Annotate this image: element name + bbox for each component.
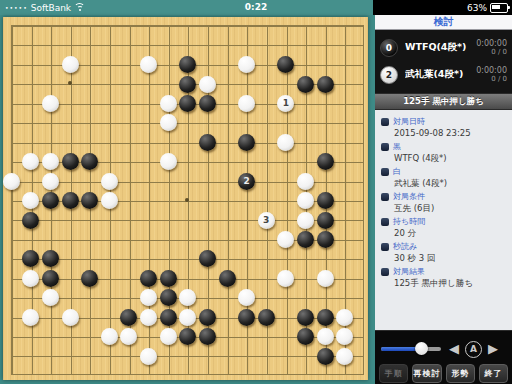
board-cell[interactable] bbox=[217, 134, 237, 153]
board-cell[interactable] bbox=[80, 134, 100, 153]
board-cell[interactable] bbox=[354, 329, 368, 348]
board-cell[interactable] bbox=[158, 18, 178, 37]
board-cell[interactable] bbox=[139, 173, 159, 192]
board-cell[interactable] bbox=[354, 56, 368, 75]
board-cell[interactable] bbox=[21, 251, 41, 270]
board-cell[interactable] bbox=[198, 154, 218, 173]
board-cell[interactable] bbox=[178, 18, 198, 37]
board-cell[interactable] bbox=[41, 212, 61, 231]
board-cell[interactable] bbox=[3, 173, 21, 192]
board-cell[interactable] bbox=[60, 309, 80, 328]
board-cell[interactable] bbox=[237, 270, 257, 289]
board-cell[interactable] bbox=[217, 309, 237, 328]
board-cell[interactable] bbox=[3, 270, 21, 289]
board-cell[interactable] bbox=[276, 290, 296, 309]
board-cell[interactable] bbox=[335, 309, 355, 328]
board-cell[interactable] bbox=[3, 76, 21, 95]
board-cell[interactable] bbox=[158, 173, 178, 192]
board-cell[interactable] bbox=[315, 329, 335, 348]
board-cell[interactable] bbox=[237, 95, 257, 114]
board-cell[interactable] bbox=[60, 270, 80, 289]
board-cell[interactable] bbox=[139, 329, 159, 348]
board-cell[interactable] bbox=[80, 348, 100, 367]
board-cell[interactable] bbox=[354, 367, 368, 380]
board-cell[interactable] bbox=[100, 18, 120, 37]
board-cell[interactable] bbox=[296, 231, 316, 250]
board-cell[interactable] bbox=[178, 37, 198, 56]
board-cell[interactable] bbox=[237, 154, 257, 173]
board-cell[interactable] bbox=[3, 115, 21, 134]
board-cell[interactable] bbox=[335, 270, 355, 289]
board-cell[interactable] bbox=[80, 251, 100, 270]
board-cell[interactable] bbox=[296, 290, 316, 309]
board-cell[interactable] bbox=[315, 309, 335, 328]
board-cell[interactable] bbox=[217, 251, 237, 270]
board-cell[interactable] bbox=[198, 134, 218, 153]
board-cell[interactable]: 2 bbox=[237, 173, 257, 192]
board-cell[interactable] bbox=[178, 154, 198, 173]
board-cell[interactable] bbox=[139, 37, 159, 56]
board-cell[interactable] bbox=[21, 76, 41, 95]
board-cell[interactable] bbox=[100, 367, 120, 380]
move-slider[interactable] bbox=[381, 347, 441, 351]
board-cell[interactable] bbox=[3, 290, 21, 309]
board-cell[interactable] bbox=[217, 76, 237, 95]
board-cell[interactable] bbox=[354, 270, 368, 289]
board-cell[interactable] bbox=[158, 76, 178, 95]
board-cell[interactable] bbox=[276, 329, 296, 348]
board-cell[interactable] bbox=[100, 309, 120, 328]
board-cell[interactable] bbox=[178, 56, 198, 75]
board-cell[interactable] bbox=[296, 115, 316, 134]
board-cell[interactable] bbox=[335, 251, 355, 270]
board-cell[interactable] bbox=[158, 56, 178, 75]
board-cell[interactable] bbox=[60, 251, 80, 270]
board-cell[interactable] bbox=[217, 270, 237, 289]
board-cell[interactable] bbox=[41, 309, 61, 328]
board-cell[interactable] bbox=[80, 231, 100, 250]
board-cell[interactable] bbox=[217, 348, 237, 367]
board-cell[interactable] bbox=[315, 251, 335, 270]
board-cell[interactable] bbox=[60, 76, 80, 95]
board-cell[interactable] bbox=[198, 270, 218, 289]
board-cell[interactable] bbox=[354, 115, 368, 134]
board-cell[interactable] bbox=[80, 95, 100, 114]
board-cell[interactable] bbox=[41, 18, 61, 37]
board-cell[interactable] bbox=[354, 231, 368, 250]
board-cell[interactable] bbox=[256, 134, 276, 153]
board-cell[interactable] bbox=[296, 76, 316, 95]
board-cell[interactable] bbox=[41, 251, 61, 270]
board-cell[interactable] bbox=[217, 173, 237, 192]
board-cell[interactable] bbox=[139, 154, 159, 173]
board-cell[interactable] bbox=[139, 348, 159, 367]
board-cell[interactable] bbox=[237, 290, 257, 309]
board-cell[interactable] bbox=[335, 329, 355, 348]
board-cell[interactable] bbox=[315, 37, 335, 56]
board-cell[interactable] bbox=[198, 212, 218, 231]
board-cell[interactable] bbox=[276, 251, 296, 270]
board-cell[interactable] bbox=[3, 134, 21, 153]
board-cell[interactable] bbox=[315, 173, 335, 192]
board-cell[interactable] bbox=[119, 18, 139, 37]
board-cell[interactable] bbox=[296, 348, 316, 367]
board-cell[interactable] bbox=[276, 231, 296, 250]
board-cell[interactable] bbox=[158, 270, 178, 289]
board-cell[interactable] bbox=[296, 367, 316, 380]
board-cell[interactable] bbox=[3, 37, 21, 56]
board-cell[interactable] bbox=[256, 367, 276, 380]
board-cell[interactable] bbox=[21, 115, 41, 134]
board-cell[interactable] bbox=[217, 37, 237, 56]
board-cell[interactable] bbox=[296, 309, 316, 328]
board-cell[interactable] bbox=[80, 154, 100, 173]
prev-move-button[interactable]: ◀ bbox=[449, 340, 459, 358]
board-cell[interactable] bbox=[296, 173, 316, 192]
board-cell[interactable] bbox=[119, 154, 139, 173]
board-cell[interactable] bbox=[296, 134, 316, 153]
board-cell[interactable] bbox=[178, 76, 198, 95]
board-cell[interactable] bbox=[80, 329, 100, 348]
board-cell[interactable] bbox=[315, 154, 335, 173]
board-cell[interactable] bbox=[335, 212, 355, 231]
board-cell[interactable] bbox=[354, 95, 368, 114]
board-cell[interactable] bbox=[315, 134, 335, 153]
board-cell[interactable] bbox=[119, 56, 139, 75]
board-cell[interactable] bbox=[100, 56, 120, 75]
board-cell[interactable] bbox=[3, 56, 21, 75]
board-cell[interactable] bbox=[21, 309, 41, 328]
next-move-button[interactable]: ▶ bbox=[488, 340, 498, 358]
board-cell[interactable] bbox=[335, 154, 355, 173]
board-cell[interactable] bbox=[335, 76, 355, 95]
board-cell[interactable] bbox=[139, 231, 159, 250]
board-cell[interactable] bbox=[354, 192, 368, 211]
board-cell[interactable] bbox=[178, 270, 198, 289]
board-cell[interactable] bbox=[158, 231, 178, 250]
board-cell[interactable] bbox=[119, 309, 139, 328]
board-cell[interactable] bbox=[354, 154, 368, 173]
auto-play-button[interactable]: A bbox=[465, 341, 482, 358]
board-cell[interactable] bbox=[100, 115, 120, 134]
board-cell[interactable] bbox=[158, 367, 178, 380]
board-cell[interactable] bbox=[276, 367, 296, 380]
board-cell[interactable] bbox=[3, 95, 21, 114]
board-cell[interactable] bbox=[335, 18, 355, 37]
board-cell[interactable] bbox=[21, 212, 41, 231]
saikento-button[interactable]: 再検討 bbox=[412, 364, 441, 383]
board-cell[interactable] bbox=[256, 309, 276, 328]
board-cell[interactable] bbox=[139, 290, 159, 309]
board-cell[interactable] bbox=[139, 18, 159, 37]
board-cell[interactable] bbox=[296, 212, 316, 231]
board-cell[interactable] bbox=[335, 192, 355, 211]
board-cell[interactable] bbox=[198, 290, 218, 309]
board-cell[interactable] bbox=[256, 192, 276, 211]
board-cell[interactable] bbox=[315, 348, 335, 367]
board-cell[interactable] bbox=[100, 154, 120, 173]
board-cell[interactable] bbox=[60, 348, 80, 367]
board-cell[interactable] bbox=[315, 270, 335, 289]
board-cell[interactable] bbox=[237, 56, 257, 75]
board-cell[interactable] bbox=[256, 115, 276, 134]
board-cell[interactable] bbox=[178, 192, 198, 211]
board-cell[interactable] bbox=[178, 348, 198, 367]
board-cell[interactable] bbox=[158, 212, 178, 231]
board-cell[interactable] bbox=[80, 270, 100, 289]
board-cell[interactable] bbox=[21, 329, 41, 348]
board-cell[interactable] bbox=[354, 251, 368, 270]
board-cell[interactable] bbox=[3, 231, 21, 250]
board-cell[interactable] bbox=[60, 173, 80, 192]
board-cell[interactable] bbox=[198, 348, 218, 367]
board-cell[interactable] bbox=[3, 154, 21, 173]
go-board[interactable]: 123 bbox=[3, 17, 368, 380]
board-cell[interactable] bbox=[41, 56, 61, 75]
board-cell[interactable] bbox=[80, 56, 100, 75]
board-cell[interactable] bbox=[158, 309, 178, 328]
board-cell[interactable] bbox=[178, 251, 198, 270]
board-cell[interactable] bbox=[256, 329, 276, 348]
board-cell[interactable] bbox=[237, 367, 257, 380]
board-cell[interactable] bbox=[80, 18, 100, 37]
board-cell[interactable] bbox=[296, 95, 316, 114]
board-cell[interactable] bbox=[21, 367, 41, 380]
board-cell[interactable] bbox=[354, 173, 368, 192]
board-cell[interactable] bbox=[60, 290, 80, 309]
board-cell[interactable] bbox=[237, 348, 257, 367]
board-cell[interactable] bbox=[217, 56, 237, 75]
board-cell[interactable] bbox=[296, 270, 316, 289]
board-cell[interactable] bbox=[21, 154, 41, 173]
board-cell[interactable] bbox=[41, 192, 61, 211]
board-cell[interactable] bbox=[217, 367, 237, 380]
board-cell[interactable] bbox=[315, 192, 335, 211]
board-cell[interactable] bbox=[256, 231, 276, 250]
board-cell[interactable] bbox=[296, 154, 316, 173]
board-cell[interactable] bbox=[296, 37, 316, 56]
board-cell[interactable] bbox=[335, 173, 355, 192]
board-cell[interactable] bbox=[80, 192, 100, 211]
board-cell[interactable] bbox=[41, 134, 61, 153]
board-cell[interactable] bbox=[178, 173, 198, 192]
board-cell[interactable] bbox=[41, 95, 61, 114]
board-cell[interactable] bbox=[41, 115, 61, 134]
board-cell[interactable] bbox=[119, 192, 139, 211]
board-cell[interactable] bbox=[256, 251, 276, 270]
board-cell[interactable] bbox=[119, 329, 139, 348]
board-cell[interactable] bbox=[354, 348, 368, 367]
board-cell[interactable] bbox=[217, 192, 237, 211]
board-cell[interactable] bbox=[21, 231, 41, 250]
board-cell[interactable] bbox=[100, 290, 120, 309]
board-cell[interactable] bbox=[3, 212, 21, 231]
board-cell[interactable] bbox=[237, 212, 257, 231]
board-cell[interactable] bbox=[41, 231, 61, 250]
board-cell[interactable] bbox=[256, 56, 276, 75]
board-cell[interactable] bbox=[139, 95, 159, 114]
board-cell[interactable] bbox=[256, 154, 276, 173]
board-cell[interactable] bbox=[21, 95, 41, 114]
board-cell[interactable] bbox=[100, 37, 120, 56]
board-cell[interactable] bbox=[139, 251, 159, 270]
board-cell[interactable] bbox=[178, 212, 198, 231]
board-cell[interactable] bbox=[60, 115, 80, 134]
board-cell[interactable] bbox=[354, 290, 368, 309]
board-cell[interactable] bbox=[178, 309, 198, 328]
board-cell[interactable] bbox=[178, 134, 198, 153]
board-cell[interactable] bbox=[276, 348, 296, 367]
board-cell[interactable] bbox=[276, 192, 296, 211]
board-cell[interactable] bbox=[139, 115, 159, 134]
board-cell[interactable] bbox=[237, 309, 257, 328]
board-cell[interactable] bbox=[198, 173, 218, 192]
board-cell[interactable] bbox=[119, 251, 139, 270]
board-cell[interactable] bbox=[315, 76, 335, 95]
board-cell[interactable] bbox=[80, 76, 100, 95]
board-cell[interactable] bbox=[276, 154, 296, 173]
board-cell[interactable] bbox=[315, 115, 335, 134]
board-cell[interactable] bbox=[21, 192, 41, 211]
board-cell[interactable]: 1 bbox=[276, 95, 296, 114]
board-cell[interactable] bbox=[60, 212, 80, 231]
board-cell[interactable] bbox=[335, 56, 355, 75]
board-cell[interactable] bbox=[100, 329, 120, 348]
board-cell[interactable] bbox=[158, 251, 178, 270]
board-cell[interactable] bbox=[256, 270, 276, 289]
board-cell[interactable] bbox=[335, 290, 355, 309]
board-cell[interactable] bbox=[60, 37, 80, 56]
board-cell[interactable] bbox=[237, 37, 257, 56]
board-cell[interactable] bbox=[139, 367, 159, 380]
board-cell[interactable] bbox=[198, 231, 218, 250]
board-cell[interactable] bbox=[3, 367, 21, 380]
board-cell[interactable] bbox=[256, 290, 276, 309]
board-cell[interactable] bbox=[21, 134, 41, 153]
board-cell[interactable] bbox=[60, 231, 80, 250]
board-cell[interactable] bbox=[198, 37, 218, 56]
board-cell[interactable] bbox=[198, 251, 218, 270]
board-cell[interactable] bbox=[60, 134, 80, 153]
board-cell[interactable] bbox=[354, 18, 368, 37]
board-cell[interactable] bbox=[3, 192, 21, 211]
board-cell[interactable] bbox=[276, 212, 296, 231]
board-cell[interactable] bbox=[3, 251, 21, 270]
board-cell[interactable] bbox=[21, 348, 41, 367]
board-cell[interactable] bbox=[100, 348, 120, 367]
board-cell[interactable] bbox=[158, 37, 178, 56]
board-cell[interactable] bbox=[41, 37, 61, 56]
board-cell[interactable] bbox=[178, 115, 198, 134]
board-cell[interactable] bbox=[256, 173, 276, 192]
board-cell[interactable] bbox=[119, 290, 139, 309]
board-cell[interactable] bbox=[3, 18, 21, 37]
board-cell[interactable] bbox=[158, 192, 178, 211]
board-cell[interactable] bbox=[276, 309, 296, 328]
board-cell[interactable] bbox=[178, 290, 198, 309]
board-cell[interactable] bbox=[256, 76, 276, 95]
board-cell[interactable] bbox=[119, 231, 139, 250]
board-cell[interactable] bbox=[276, 56, 296, 75]
board-cell[interactable] bbox=[3, 309, 21, 328]
board-cell[interactable]: 3 bbox=[256, 212, 276, 231]
board-cell[interactable] bbox=[100, 192, 120, 211]
board-cell[interactable] bbox=[315, 367, 335, 380]
board-cell[interactable] bbox=[354, 76, 368, 95]
board-cell[interactable] bbox=[80, 367, 100, 380]
board-cell[interactable] bbox=[354, 134, 368, 153]
board-cell[interactable] bbox=[276, 115, 296, 134]
board-cell[interactable] bbox=[21, 290, 41, 309]
board-cell[interactable] bbox=[119, 115, 139, 134]
board-cell[interactable] bbox=[80, 37, 100, 56]
board-cell[interactable] bbox=[237, 192, 257, 211]
board-cell[interactable] bbox=[315, 95, 335, 114]
board-cell[interactable] bbox=[198, 95, 218, 114]
board-cell[interactable] bbox=[41, 290, 61, 309]
board-cell[interactable] bbox=[119, 367, 139, 380]
board-cell[interactable] bbox=[354, 37, 368, 56]
keisei-button[interactable]: 形勢 bbox=[446, 364, 475, 383]
board-cell[interactable] bbox=[256, 95, 276, 114]
board-cell[interactable] bbox=[256, 18, 276, 37]
board-cell[interactable] bbox=[80, 290, 100, 309]
board-cell[interactable] bbox=[296, 56, 316, 75]
board-cell[interactable] bbox=[60, 367, 80, 380]
board-cell[interactable] bbox=[139, 270, 159, 289]
board-cell[interactable] bbox=[217, 115, 237, 134]
board-cell[interactable] bbox=[60, 154, 80, 173]
board-cell[interactable] bbox=[217, 18, 237, 37]
board-cell[interactable] bbox=[178, 95, 198, 114]
board-cell[interactable] bbox=[256, 348, 276, 367]
board-cell[interactable] bbox=[315, 290, 335, 309]
board-cell[interactable] bbox=[354, 212, 368, 231]
board-cell[interactable] bbox=[237, 251, 257, 270]
board-cell[interactable] bbox=[80, 173, 100, 192]
board-cell[interactable] bbox=[335, 115, 355, 134]
board-cell[interactable] bbox=[60, 95, 80, 114]
board-cell[interactable] bbox=[41, 173, 61, 192]
board-cell[interactable] bbox=[60, 329, 80, 348]
board-cell[interactable] bbox=[158, 290, 178, 309]
board-cell[interactable] bbox=[41, 348, 61, 367]
board-cell[interactable] bbox=[217, 329, 237, 348]
board-cell[interactable] bbox=[198, 367, 218, 380]
board-cell[interactable] bbox=[198, 56, 218, 75]
board-cell[interactable] bbox=[198, 309, 218, 328]
board-cell[interactable] bbox=[41, 270, 61, 289]
board-cell[interactable] bbox=[119, 134, 139, 153]
board-cell[interactable] bbox=[139, 192, 159, 211]
board-cell[interactable] bbox=[100, 231, 120, 250]
board-cell[interactable] bbox=[21, 18, 41, 37]
board-cell[interactable] bbox=[315, 18, 335, 37]
board-cell[interactable] bbox=[276, 134, 296, 153]
board-cell[interactable] bbox=[158, 134, 178, 153]
board-cell[interactable] bbox=[315, 56, 335, 75]
board-cell[interactable] bbox=[100, 95, 120, 114]
board-cell[interactable] bbox=[217, 212, 237, 231]
board-cell[interactable] bbox=[335, 367, 355, 380]
board-cell[interactable] bbox=[237, 329, 257, 348]
board-cell[interactable] bbox=[335, 95, 355, 114]
board-cell[interactable] bbox=[276, 18, 296, 37]
board-cell[interactable] bbox=[139, 56, 159, 75]
board-cell[interactable] bbox=[178, 329, 198, 348]
board-cell[interactable] bbox=[139, 309, 159, 328]
board-cell[interactable] bbox=[217, 231, 237, 250]
